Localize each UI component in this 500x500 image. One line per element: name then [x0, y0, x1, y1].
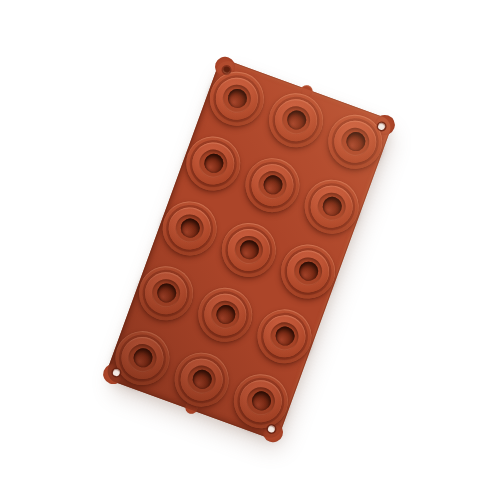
- donut-ring: [139, 266, 193, 320]
- donut-center-hole: [130, 345, 154, 369]
- donut-ring: [234, 374, 288, 428]
- donut-ledge: [231, 232, 267, 268]
- donut-center-hole: [237, 237, 261, 261]
- donut-ring: [116, 331, 170, 385]
- donut-cavity: [297, 172, 366, 241]
- donut-cavity: [274, 236, 343, 305]
- donut-ledge: [184, 361, 220, 397]
- donut-ledge: [207, 296, 243, 332]
- donut-center-hole: [213, 302, 237, 326]
- donut-ledge: [278, 102, 314, 138]
- donut-center-hole: [154, 281, 178, 305]
- donut-ledge: [148, 275, 184, 311]
- donut-center-hole: [272, 324, 296, 348]
- donut-center-hole: [201, 151, 225, 175]
- donut-center-hole: [320, 194, 344, 218]
- donut-center-hole: [190, 367, 214, 391]
- donut-ring: [269, 93, 323, 147]
- donut-ledge: [125, 340, 161, 376]
- donut-center-hole: [178, 216, 202, 240]
- donut-ledge: [195, 145, 231, 181]
- donut-ring: [198, 287, 252, 341]
- cavity-grid: [101, 55, 397, 444]
- donut-ledge: [255, 167, 291, 203]
- donut-center-hole: [260, 172, 284, 196]
- donut-ring: [328, 114, 382, 168]
- donut-ledge: [337, 123, 373, 159]
- donut-cavity: [226, 366, 295, 435]
- donut-ring: [258, 309, 312, 363]
- donut-center-hole: [284, 108, 308, 132]
- donut-center-hole: [249, 389, 273, 413]
- donut-ring: [175, 352, 229, 406]
- donut-ring: [222, 223, 276, 277]
- donut-cavity: [321, 107, 390, 176]
- donut-ledge: [267, 318, 303, 354]
- donut-ledge: [290, 253, 326, 289]
- donut-ring: [246, 158, 300, 212]
- donut-ledge: [243, 383, 279, 419]
- donut-ring: [163, 201, 217, 255]
- donut-ledge: [172, 210, 208, 246]
- silicone-donut-mold: [104, 58, 394, 441]
- donut-center-hole: [225, 86, 249, 110]
- donut-ring: [210, 71, 264, 125]
- donut-ring: [305, 179, 359, 233]
- donut-ring: [281, 244, 335, 298]
- photo-background: [0, 0, 500, 500]
- donut-ledge: [314, 188, 350, 224]
- donut-center-hole: [296, 259, 320, 283]
- donut-cavity: [250, 301, 319, 370]
- donut-center-hole: [343, 129, 367, 153]
- donut-ledge: [219, 80, 255, 116]
- donut-ring: [186, 136, 240, 190]
